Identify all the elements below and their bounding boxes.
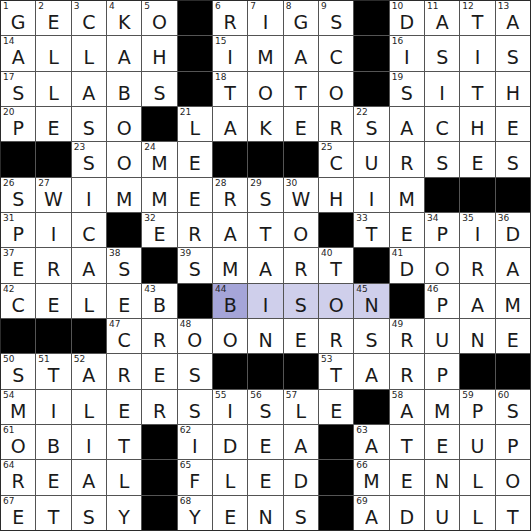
cell-r11c5[interactable]: E bbox=[142, 354, 176, 388]
cell-letter: R bbox=[400, 366, 413, 385]
clue-number: 64 bbox=[3, 460, 14, 471]
cell-r8c7[interactable]: M bbox=[213, 248, 247, 282]
cell-r3c9[interactable]: T bbox=[284, 72, 318, 106]
cell-letter: S bbox=[83, 508, 95, 527]
cell-r3c12[interactable]: 19S bbox=[390, 72, 424, 106]
cell-r8c9[interactable]: R bbox=[284, 248, 318, 282]
cell-r5c5[interactable]: 24M bbox=[142, 142, 176, 176]
black-cell-r7c10 bbox=[319, 213, 353, 247]
cell-letter: L bbox=[190, 119, 201, 138]
cell-r13c6[interactable]: 62I bbox=[178, 425, 212, 459]
cell-r4c11[interactable]: 22S bbox=[354, 107, 388, 141]
cell-r6c11[interactable]: I bbox=[354, 178, 388, 212]
black-cell-r11c7 bbox=[213, 354, 247, 388]
cell-letter: T bbox=[224, 84, 236, 103]
cell-r9c10[interactable]: O bbox=[319, 284, 353, 318]
cell-r2c2[interactable]: L bbox=[36, 36, 70, 70]
cell-r2c5[interactable]: H bbox=[142, 36, 176, 70]
cell-r10c9[interactable]: E bbox=[284, 319, 318, 353]
clue-number: 38 bbox=[109, 248, 120, 259]
cell-r5c11[interactable]: U bbox=[354, 142, 388, 176]
cell-letter: M bbox=[257, 48, 273, 67]
cell-r8c13[interactable]: O bbox=[425, 248, 459, 282]
clue-number: 51 bbox=[38, 354, 49, 365]
clue-number: 23 bbox=[74, 142, 85, 153]
clue-number: 19 bbox=[392, 72, 403, 83]
cell-letter: N bbox=[435, 472, 449, 491]
cell-r4c6[interactable]: 21L bbox=[178, 107, 212, 141]
cell-r15c7[interactable]: E bbox=[213, 496, 247, 530]
cell-r10c8[interactable]: N bbox=[248, 319, 282, 353]
cell-r14c4[interactable]: L bbox=[107, 460, 141, 494]
cell-r15c3[interactable]: S bbox=[72, 496, 106, 530]
cell-r13c12[interactable]: T bbox=[390, 425, 424, 459]
cell-r13c3[interactable]: I bbox=[72, 425, 106, 459]
black-cell-r6c14 bbox=[460, 178, 494, 212]
cell-r6c3[interactable]: I bbox=[72, 178, 106, 212]
cell-r14c15[interactable]: O bbox=[496, 460, 530, 494]
cell-r5c3[interactable]: 23S bbox=[72, 142, 106, 176]
cell-letter: C bbox=[82, 225, 95, 244]
cell-letter: U bbox=[435, 331, 449, 350]
cell-r11c3[interactable]: 52A bbox=[72, 354, 106, 388]
cell-r3c2[interactable]: L bbox=[36, 72, 70, 106]
cell-r2c4[interactable]: A bbox=[107, 36, 141, 70]
cell-letter: L bbox=[84, 402, 95, 421]
cell-r7c6[interactable]: R bbox=[178, 213, 212, 247]
clue-number: 46 bbox=[427, 284, 438, 295]
cell-r8c3[interactable]: A bbox=[72, 248, 106, 282]
cell-r13c2[interactable]: B bbox=[36, 425, 70, 459]
cell-letter: E bbox=[507, 119, 519, 138]
cell-r13c14[interactable]: U bbox=[460, 425, 494, 459]
cell-r12c8[interactable]: 56S bbox=[248, 390, 282, 424]
cell-letter: M bbox=[505, 296, 521, 315]
cell-letter: T bbox=[330, 260, 342, 279]
cell-letter: I bbox=[51, 402, 57, 421]
cell-r1c14[interactable]: 12T bbox=[460, 1, 494, 35]
cell-r11c13[interactable]: P bbox=[425, 354, 459, 388]
cell-r13c9[interactable]: A bbox=[284, 425, 318, 459]
cell-r6c8[interactable]: 29S bbox=[248, 178, 282, 212]
cell-letter: R bbox=[330, 331, 343, 350]
cell-r2c10[interactable]: C bbox=[319, 36, 353, 70]
cell-r4c1[interactable]: 20P bbox=[1, 107, 35, 141]
cell-letter: S bbox=[401, 84, 413, 103]
cell-r10c13[interactable]: U bbox=[425, 319, 459, 353]
cell-r9c2[interactable]: E bbox=[36, 284, 70, 318]
cell-r5c15[interactable]: S bbox=[496, 142, 530, 176]
cell-r14c2[interactable]: E bbox=[36, 460, 70, 494]
cell-r9c9[interactable]: S bbox=[284, 284, 318, 318]
cell-r1c2[interactable]: 2E bbox=[36, 1, 70, 35]
cell-r12c6[interactable]: S bbox=[178, 390, 212, 424]
cell-letter: S bbox=[189, 260, 201, 279]
cell-r3c1[interactable]: 17S bbox=[1, 72, 35, 106]
cell-letter: S bbox=[330, 13, 342, 32]
clue-number: 24 bbox=[144, 142, 155, 153]
cell-r8c6[interactable]: 39S bbox=[178, 248, 212, 282]
cell-r4c4[interactable]: O bbox=[107, 107, 141, 141]
cell-r1c13[interactable]: 11A bbox=[425, 1, 459, 35]
cell-letter: S bbox=[189, 402, 201, 421]
clue-number: 4 bbox=[109, 1, 115, 12]
cell-r13c15[interactable]: P bbox=[496, 425, 530, 459]
cell-r12c15[interactable]: 60S bbox=[496, 390, 530, 424]
cell-letter: E bbox=[224, 508, 236, 527]
cell-r12c9[interactable]: 57L bbox=[284, 390, 318, 424]
cell-r10c5[interactable]: R bbox=[142, 319, 176, 353]
cell-r11c4[interactable]: R bbox=[107, 354, 141, 388]
cell-r14c9[interactable]: D bbox=[284, 460, 318, 494]
cell-r12c2[interactable]: I bbox=[36, 390, 70, 424]
cell-r15c14[interactable]: L bbox=[460, 496, 494, 530]
clue-number: 9 bbox=[321, 1, 327, 12]
cell-r9c4[interactable]: E bbox=[107, 284, 141, 318]
cell-r15c2[interactable]: T bbox=[36, 496, 70, 530]
cell-r8c15[interactable]: A bbox=[496, 248, 530, 282]
cell-letter: T bbox=[472, 13, 484, 32]
black-cell-r1c11 bbox=[354, 1, 388, 35]
clue-number: 31 bbox=[3, 213, 14, 224]
cell-letter: Y bbox=[189, 508, 201, 527]
cell-r10c15[interactable]: E bbox=[496, 319, 530, 353]
clue-number: 36 bbox=[498, 213, 509, 224]
cell-r15c1[interactable]: 67E bbox=[1, 496, 35, 530]
cell-r5c10[interactable]: 25C bbox=[319, 142, 353, 176]
cell-r7c8[interactable]: T bbox=[248, 213, 282, 247]
cell-r4c8[interactable]: K bbox=[248, 107, 282, 141]
cell-letter: T bbox=[48, 366, 60, 385]
cell-r3c5[interactable]: S bbox=[142, 72, 176, 106]
cell-letter: E bbox=[330, 402, 342, 421]
cell-letter: O bbox=[505, 472, 520, 491]
cell-r2c8[interactable]: M bbox=[248, 36, 282, 70]
cell-r5c12[interactable]: R bbox=[390, 142, 424, 176]
clue-number: 22 bbox=[356, 107, 367, 118]
cell-r3c7[interactable]: 18T bbox=[213, 72, 247, 106]
cell-r4c12[interactable]: A bbox=[390, 107, 424, 141]
cell-letter: S bbox=[436, 48, 448, 67]
clue-number: 11 bbox=[427, 1, 438, 12]
cell-r13c1[interactable]: 61O bbox=[1, 425, 35, 459]
cell-r15c15[interactable]: T bbox=[496, 496, 530, 530]
cell-letter: E bbox=[189, 154, 201, 173]
cell-r1c8[interactable]: 7I bbox=[248, 1, 282, 35]
cell-r1c15[interactable]: 13A bbox=[496, 1, 530, 35]
cell-r13c7[interactable]: D bbox=[213, 425, 247, 459]
cell-letter: L bbox=[472, 472, 483, 491]
cell-letter: D bbox=[400, 508, 415, 527]
cell-r9c5[interactable]: 43B bbox=[142, 284, 176, 318]
cell-r3c8[interactable]: O bbox=[248, 72, 282, 106]
clue-number: 61 bbox=[3, 425, 14, 436]
cell-r11c11[interactable]: A bbox=[354, 354, 388, 388]
cell-r15c6[interactable]: 68Y bbox=[178, 496, 212, 530]
cell-r14c14[interactable]: L bbox=[460, 460, 494, 494]
cell-r9c3[interactable]: L bbox=[72, 284, 106, 318]
cell-letter: S bbox=[259, 402, 271, 421]
cell-r12c12[interactable]: 58A bbox=[390, 390, 424, 424]
cell-r7c7[interactable]: A bbox=[213, 213, 247, 247]
cell-r13c13[interactable]: E bbox=[425, 425, 459, 459]
cell-r1c10[interactable]: 9S bbox=[319, 1, 353, 35]
cell-r7c15[interactable]: 36D bbox=[496, 213, 530, 247]
clue-number: 6 bbox=[215, 1, 221, 12]
cell-r15c12[interactable]: D bbox=[390, 496, 424, 530]
cell-r4c14[interactable]: H bbox=[460, 107, 494, 141]
black-cell-r15c5 bbox=[142, 496, 176, 530]
cell-r14c13[interactable]: N bbox=[425, 460, 459, 494]
cell-r14c6[interactable]: 65F bbox=[178, 460, 212, 494]
cell-letter: C bbox=[118, 331, 131, 350]
cell-letter: S bbox=[507, 402, 519, 421]
cell-r1c7[interactable]: 6R bbox=[213, 1, 247, 35]
cell-r12c4[interactable]: E bbox=[107, 390, 141, 424]
cell-r4c13[interactable]: C bbox=[425, 107, 459, 141]
cell-r14c12[interactable]: E bbox=[390, 460, 424, 494]
black-cell-r2c11 bbox=[354, 36, 388, 70]
cell-r5c14[interactable]: E bbox=[460, 142, 494, 176]
cell-r3c3[interactable]: A bbox=[72, 72, 106, 106]
cell-r1c5[interactable]: 5O bbox=[142, 1, 176, 35]
cell-letter: I bbox=[192, 437, 198, 456]
cell-r3c13[interactable]: I bbox=[425, 72, 459, 106]
cell-letter: L bbox=[119, 472, 130, 491]
cell-letter: S bbox=[83, 119, 95, 138]
clue-number: 26 bbox=[3, 178, 14, 189]
cell-r9c7[interactable]: 44B bbox=[213, 284, 247, 318]
cell-r15c8[interactable]: N bbox=[248, 496, 282, 530]
cell-r2c15[interactable]: S bbox=[496, 36, 530, 70]
cell-r11c2[interactable]: 51T bbox=[36, 354, 70, 388]
cell-r10c11[interactable]: S bbox=[354, 319, 388, 353]
cell-letter: I bbox=[51, 225, 57, 244]
cell-r9c14[interactable]: A bbox=[460, 284, 494, 318]
cell-letter: Y bbox=[118, 508, 130, 527]
cell-r2c14[interactable]: I bbox=[460, 36, 494, 70]
cell-r7c13[interactable]: 34P bbox=[425, 213, 459, 247]
cell-r9c11[interactable]: 45N bbox=[354, 284, 388, 318]
cell-letter: S bbox=[12, 84, 24, 103]
cell-r12c14[interactable]: 59P bbox=[460, 390, 494, 424]
cell-r9c13[interactable]: 46P bbox=[425, 284, 459, 318]
black-cell-r11c9 bbox=[284, 354, 318, 388]
cell-letter: H bbox=[152, 48, 166, 67]
cell-r14c8[interactable]: E bbox=[248, 460, 282, 494]
cell-r12c1[interactable]: 54M bbox=[1, 390, 35, 424]
cell-r8c2[interactable]: R bbox=[36, 248, 70, 282]
cell-letter: R bbox=[12, 472, 25, 491]
clue-number: 40 bbox=[321, 248, 332, 259]
cell-r12c7[interactable]: 55I bbox=[213, 390, 247, 424]
cell-r12c10[interactable]: E bbox=[319, 390, 353, 424]
cell-letter: A bbox=[224, 225, 237, 244]
cell-letter: E bbox=[471, 154, 483, 173]
cell-letter: E bbox=[401, 225, 413, 244]
cell-letter: A bbox=[224, 119, 237, 138]
cell-r8c10[interactable]: 40T bbox=[319, 248, 353, 282]
cell-letter: B bbox=[47, 437, 60, 456]
clue-number: 12 bbox=[462, 1, 473, 12]
cell-r9c15[interactable]: M bbox=[496, 284, 530, 318]
cell-r6c12[interactable]: M bbox=[390, 178, 424, 212]
cell-r2c3[interactable]: L bbox=[72, 36, 106, 70]
cell-r12c5[interactable]: R bbox=[142, 390, 176, 424]
cell-r5c4[interactable]: O bbox=[107, 142, 141, 176]
cell-r3c15[interactable]: H bbox=[496, 72, 530, 106]
cell-r7c14[interactable]: 35I bbox=[460, 213, 494, 247]
black-cell-r5c9 bbox=[284, 142, 318, 176]
cell-letter: E bbox=[47, 119, 59, 138]
cell-letter: P bbox=[436, 225, 447, 244]
cell-r1c4[interactable]: 4K bbox=[107, 1, 141, 35]
cell-r2c9[interactable]: A bbox=[284, 36, 318, 70]
cell-r6c6[interactable]: E bbox=[178, 178, 212, 212]
cell-r12c13[interactable]: M bbox=[425, 390, 459, 424]
cell-letter: O bbox=[329, 296, 344, 315]
cell-r6c2[interactable]: 27W bbox=[36, 178, 70, 212]
cell-letter: T bbox=[295, 84, 307, 103]
cell-r8c14[interactable]: R bbox=[460, 248, 494, 282]
cell-r15c13[interactable]: U bbox=[425, 496, 459, 530]
cell-r1c3[interactable]: 3C bbox=[72, 1, 106, 35]
cell-r4c2[interactable]: E bbox=[36, 107, 70, 141]
clue-number: 2 bbox=[38, 1, 44, 12]
cell-r13c8[interactable]: E bbox=[248, 425, 282, 459]
cell-r7c11[interactable]: 33T bbox=[354, 213, 388, 247]
cell-letter: N bbox=[364, 296, 378, 315]
black-cell-r3c11 bbox=[354, 72, 388, 106]
cell-r4c9[interactable]: E bbox=[284, 107, 318, 141]
cell-r4c10[interactable]: R bbox=[319, 107, 353, 141]
cell-letter: O bbox=[117, 119, 132, 138]
cell-r9c1[interactable]: 42C bbox=[1, 284, 35, 318]
cell-r1c9[interactable]: 8G bbox=[284, 1, 318, 35]
cell-r15c11[interactable]: 69A bbox=[354, 496, 388, 530]
cell-letter: E bbox=[189, 190, 201, 209]
cell-r11c1[interactable]: 50S bbox=[1, 354, 35, 388]
cell-r9c8[interactable]: I bbox=[248, 284, 282, 318]
cell-letter: O bbox=[329, 84, 344, 103]
cell-r2c12[interactable]: 16I bbox=[390, 36, 424, 70]
cell-r7c5[interactable]: 32E bbox=[142, 213, 176, 247]
cell-r1c12[interactable]: 10D bbox=[390, 1, 424, 35]
cell-r11c12[interactable]: R bbox=[390, 354, 424, 388]
black-cell-r13c10 bbox=[319, 425, 353, 459]
cell-r10c6[interactable]: 48O bbox=[178, 319, 212, 353]
cell-letter: A bbox=[259, 260, 272, 279]
cell-r13c4[interactable]: T bbox=[107, 425, 141, 459]
cell-r7c3[interactable]: C bbox=[72, 213, 106, 247]
cell-letter: E bbox=[153, 225, 165, 244]
cell-r13c11[interactable]: 63A bbox=[354, 425, 388, 459]
cell-r8c4[interactable]: 38S bbox=[107, 248, 141, 282]
cell-r8c1[interactable]: 37E bbox=[1, 248, 35, 282]
black-cell-r9c6 bbox=[178, 284, 212, 318]
cell-letter: I bbox=[475, 225, 481, 244]
cell-letter: E bbox=[295, 331, 307, 350]
cell-r3c14[interactable]: T bbox=[460, 72, 494, 106]
cell-r15c4[interactable]: Y bbox=[107, 496, 141, 530]
clue-number: 18 bbox=[215, 72, 226, 83]
cell-r10c12[interactable]: 49R bbox=[390, 319, 424, 353]
cell-r8c8[interactable]: A bbox=[248, 248, 282, 282]
cell-letter: A bbox=[400, 402, 413, 421]
cell-r14c7[interactable]: L bbox=[213, 460, 247, 494]
cell-letter: R bbox=[224, 190, 237, 209]
black-cell-r14c5 bbox=[142, 460, 176, 494]
black-cell-r4c5 bbox=[142, 107, 176, 141]
cell-r10c7[interactable]: O bbox=[213, 319, 247, 353]
clue-number: 63 bbox=[356, 425, 367, 436]
cell-r3c4[interactable]: B bbox=[107, 72, 141, 106]
cell-r2c1[interactable]: 14A bbox=[1, 36, 35, 70]
clue-number: 42 bbox=[3, 284, 14, 295]
cell-r8c12[interactable]: 41D bbox=[390, 248, 424, 282]
cell-r15c9[interactable]: S bbox=[284, 496, 318, 530]
cell-r4c3[interactable]: S bbox=[72, 107, 106, 141]
clue-number: 8 bbox=[286, 1, 292, 12]
black-cell-r14c10 bbox=[319, 460, 353, 494]
cell-r6c4[interactable]: M bbox=[107, 178, 141, 212]
cell-r6c9[interactable]: 30W bbox=[284, 178, 318, 212]
cell-r14c3[interactable]: A bbox=[72, 460, 106, 494]
cell-r11c6[interactable]: S bbox=[178, 354, 212, 388]
cell-r1c1[interactable]: 1G bbox=[1, 1, 35, 35]
black-cell-r9c12 bbox=[390, 284, 424, 318]
cell-letter: K bbox=[259, 119, 271, 138]
cell-r6c5[interactable]: M bbox=[142, 178, 176, 212]
cell-letter: I bbox=[369, 190, 375, 209]
cell-letter: S bbox=[436, 154, 448, 173]
cell-r4c7[interactable]: A bbox=[213, 107, 247, 141]
cell-r10c4[interactable]: 47C bbox=[107, 319, 141, 353]
cell-r3c10[interactable]: O bbox=[319, 72, 353, 106]
cell-letter: L bbox=[48, 84, 59, 103]
cell-letter: O bbox=[223, 331, 238, 350]
clue-number: 25 bbox=[321, 142, 332, 153]
cell-r6c10[interactable]: H bbox=[319, 178, 353, 212]
cell-r2c7[interactable]: 15I bbox=[213, 36, 247, 70]
cell-r5c6[interactable]: E bbox=[178, 142, 212, 176]
cell-r14c11[interactable]: 66M bbox=[354, 460, 388, 494]
cell-r12c3[interactable]: L bbox=[72, 390, 106, 424]
cell-letter: P bbox=[12, 225, 23, 244]
cell-letter: C bbox=[330, 154, 343, 173]
cell-r11c10[interactable]: 53T bbox=[319, 354, 353, 388]
clue-number: 49 bbox=[392, 319, 403, 330]
cell-letter: P bbox=[507, 437, 518, 456]
clue-number: 52 bbox=[74, 354, 85, 365]
cell-r10c14[interactable]: N bbox=[460, 319, 494, 353]
cell-r6c1[interactable]: 26S bbox=[1, 178, 35, 212]
cell-r6c7[interactable]: 28R bbox=[213, 178, 247, 212]
cell-r5c13[interactable]: S bbox=[425, 142, 459, 176]
cell-r10c10[interactable]: R bbox=[319, 319, 353, 353]
cell-r7c1[interactable]: 31P bbox=[1, 213, 35, 247]
cell-r14c1[interactable]: 64R bbox=[1, 460, 35, 494]
cell-r4c15[interactable]: E bbox=[496, 107, 530, 141]
cell-r2c13[interactable]: S bbox=[425, 36, 459, 70]
clue-number: 32 bbox=[144, 213, 155, 224]
crossword-grid: 1G2E3C4K5O6R7I8G9S10D11A12T13A14ALLAH15I… bbox=[0, 0, 531, 531]
cell-r7c12[interactable]: E bbox=[390, 213, 424, 247]
cell-letter: A bbox=[400, 119, 413, 138]
cell-r7c2[interactable]: I bbox=[36, 213, 70, 247]
cell-r7c9[interactable]: O bbox=[284, 213, 318, 247]
cell-letter: T bbox=[260, 225, 272, 244]
